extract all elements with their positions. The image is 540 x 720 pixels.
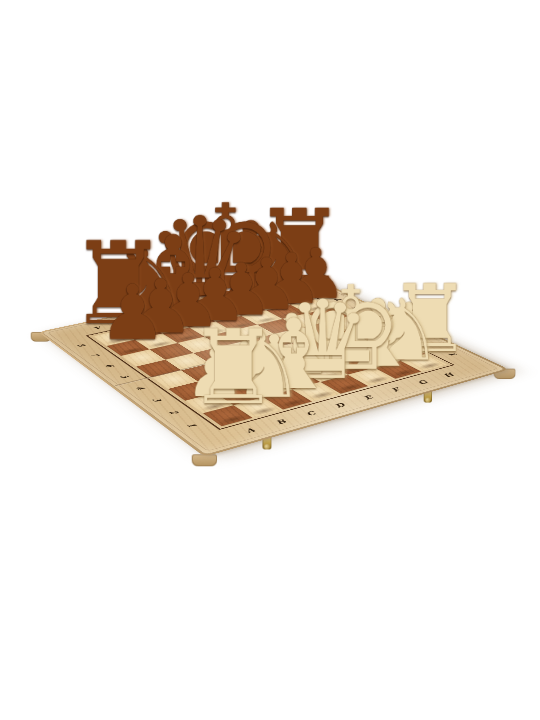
black-pawn-a7: ♟	[98, 275, 166, 351]
white-rook-a1: ♜	[187, 316, 279, 419]
case-foot	[192, 454, 217, 466]
product-photo-chess-set: ♜♞♝♛♚♝♞♜♟♟♟♟♟♟♟♟♟♟♟♟♟♟♟♟♜♞♝♛♚♝♞♜ AABBCCD…	[0, 0, 540, 720]
board-case: ♜♞♝♛♚♝♞♜♟♟♟♟♟♟♟♟♟♟♟♟♟♟♟♟♜♞♝♛♚♝♞♜ AABBCCD…	[41, 276, 506, 455]
chessboard: ♜♞♝♛♚♝♞♜♟♟♟♟♟♟♟♟♟♟♟♟♟♟♟♟♜♞♝♛♚♝♞♜ AABBCCD…	[41, 276, 506, 455]
